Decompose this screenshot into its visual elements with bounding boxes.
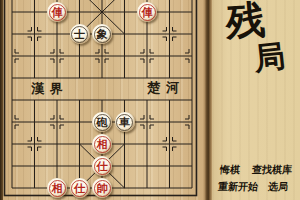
piece-red-chariot[interactable]: 俥 xyxy=(137,2,157,22)
piece-ring: 車 xyxy=(116,114,133,131)
search-library-button[interactable]: 查找棋库 xyxy=(252,165,293,175)
piece-ring: 砲 xyxy=(94,114,111,131)
piece-red-advisor[interactable]: 仕 xyxy=(92,156,112,176)
piece-red-advisor[interactable]: 仕 xyxy=(70,178,90,198)
piece-character: 仕 xyxy=(97,160,108,171)
piece-character: 帥 xyxy=(97,182,108,193)
xiangqi-app-window: 漢界 楚河 俥俥士象砲車相仕相仕帥 残 局 悔棋 查找棋库 重新开始 选局 xyxy=(0,0,300,200)
piece-character: 士 xyxy=(74,28,85,39)
piece-character: 砲 xyxy=(97,116,108,127)
piece-ring: 相 xyxy=(94,136,111,153)
piece-red-elephant[interactable]: 相 xyxy=(92,134,112,154)
page-title-endgame-char2: 局 xyxy=(252,40,286,74)
piece-character: 俥 xyxy=(142,6,153,17)
piece-red-elephant[interactable]: 相 xyxy=(47,178,67,198)
restart-button[interactable]: 重新开始 xyxy=(218,182,259,192)
page-title-endgame-char1: 残 xyxy=(225,0,267,41)
piece-character: 象 xyxy=(97,28,108,39)
select-game-button[interactable]: 选局 xyxy=(268,182,289,192)
pieces-layer: 俥俥士象砲車相仕相仕帥 xyxy=(1,0,204,199)
piece-black-chariot[interactable]: 車 xyxy=(115,112,135,132)
piece-character: 相 xyxy=(97,138,108,149)
piece-ring: 俥 xyxy=(49,4,66,21)
piece-ring: 相 xyxy=(49,180,66,197)
board-panel-divider xyxy=(204,0,212,200)
piece-black-cannon[interactable]: 砲 xyxy=(92,112,112,132)
xiangqi-board[interactable]: 漢界 楚河 俥俥士象砲車相仕相仕帥 xyxy=(0,0,206,200)
piece-ring: 俥 xyxy=(139,4,156,21)
piece-black-elephant[interactable]: 象 xyxy=(92,24,112,44)
piece-ring: 仕 xyxy=(71,180,88,197)
piece-ring: 士 xyxy=(71,26,88,43)
piece-ring: 象 xyxy=(94,26,111,43)
piece-red-chariot[interactable]: 俥 xyxy=(47,2,67,22)
side-panel: 残 局 悔棋 查找棋库 重新开始 选局 xyxy=(212,0,300,200)
piece-red-general[interactable]: 帥 xyxy=(92,178,112,198)
piece-ring: 帥 xyxy=(94,180,111,197)
piece-character: 俥 xyxy=(52,6,63,17)
piece-character: 相 xyxy=(52,182,63,193)
piece-black-advisor[interactable]: 士 xyxy=(70,24,90,44)
piece-ring: 仕 xyxy=(94,158,111,175)
piece-character: 仕 xyxy=(74,182,85,193)
undo-move-button[interactable]: 悔棋 xyxy=(220,165,241,175)
piece-character: 車 xyxy=(119,116,130,127)
